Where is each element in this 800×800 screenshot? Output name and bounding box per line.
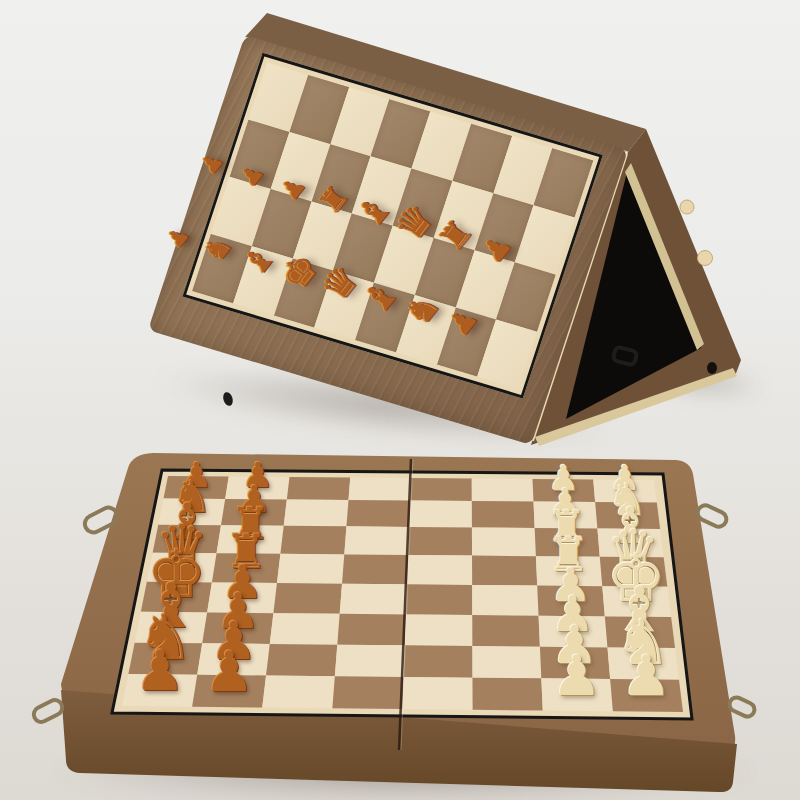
board-square xyxy=(535,528,600,557)
board-square xyxy=(270,613,340,645)
board-square xyxy=(135,612,207,643)
tent-foot xyxy=(707,362,717,374)
board-square xyxy=(605,616,675,648)
board-square xyxy=(472,556,537,586)
board-square xyxy=(406,584,472,615)
board-square xyxy=(610,679,683,712)
board-square xyxy=(337,614,406,646)
board-square xyxy=(287,477,350,500)
board-square xyxy=(472,615,540,647)
board-square xyxy=(473,678,543,711)
clasp-left-bottom xyxy=(31,698,65,725)
board-square xyxy=(202,613,273,644)
board-square xyxy=(280,526,346,555)
board-square xyxy=(153,525,221,554)
peeking-knob xyxy=(698,251,713,266)
peeking-knob xyxy=(680,200,694,214)
board-square xyxy=(533,502,597,529)
board-square xyxy=(266,644,337,676)
board-square xyxy=(273,583,342,614)
board-square xyxy=(217,525,284,554)
board-square xyxy=(197,643,270,675)
board-square xyxy=(541,678,613,711)
board-square xyxy=(340,584,407,615)
board-square xyxy=(602,586,671,617)
board-square xyxy=(597,529,663,558)
board-square xyxy=(537,586,605,617)
board-square xyxy=(192,675,266,708)
board-square xyxy=(595,502,660,529)
board-square xyxy=(147,553,217,583)
board-square xyxy=(344,526,409,555)
board-square xyxy=(225,477,289,500)
clasp-right-bottom xyxy=(727,695,756,719)
board-square xyxy=(407,555,472,585)
board-square xyxy=(277,554,344,584)
board-square xyxy=(207,582,277,613)
board-square xyxy=(472,585,538,616)
board-square xyxy=(141,582,212,613)
board-square xyxy=(600,557,668,587)
board-square xyxy=(540,647,610,679)
chess-set-product-photo: ♟♟♟♜♝♛♜♟♟♞♝♚♛♝♞♟ ♟♟♟♟♞♟♟♞♝♜♜♝♛♜♜♛♚♟♟♚♝♟♟… xyxy=(0,0,800,800)
board-square xyxy=(332,676,403,709)
board-square xyxy=(335,645,405,677)
board-square xyxy=(342,554,408,584)
board-square xyxy=(410,478,472,501)
board-square xyxy=(472,527,536,556)
board-square xyxy=(212,553,281,583)
board-square xyxy=(472,501,535,528)
board-square xyxy=(409,500,472,527)
tent-foot xyxy=(222,391,235,407)
board-square xyxy=(284,499,349,526)
board-square xyxy=(539,616,608,648)
board-square xyxy=(472,646,541,678)
board-square xyxy=(349,478,411,501)
board-square xyxy=(408,527,472,556)
board-square xyxy=(221,499,287,526)
board-square xyxy=(607,647,679,679)
board-square xyxy=(533,479,596,502)
board-square xyxy=(164,476,229,499)
board-square xyxy=(346,500,410,527)
board-square xyxy=(158,498,225,525)
board-square xyxy=(403,677,473,710)
board-square xyxy=(128,643,202,675)
board-square xyxy=(404,645,473,677)
board-square xyxy=(593,480,657,503)
board-square xyxy=(122,674,197,707)
board-square xyxy=(472,479,534,502)
board-square xyxy=(536,556,602,586)
board-square xyxy=(262,675,335,708)
board-square xyxy=(405,614,473,646)
